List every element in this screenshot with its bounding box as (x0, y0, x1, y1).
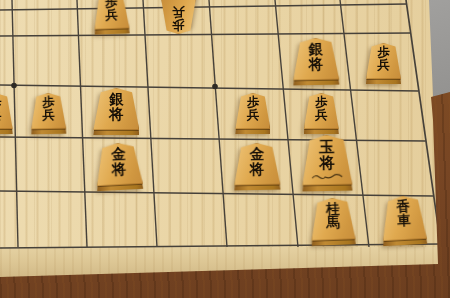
piece-side (31, 129, 66, 135)
piece-pawn-37[interactable]: 歩兵 (235, 93, 270, 134)
piece-lance-19[interactable]: 香車 (381, 195, 428, 246)
piece-kanji-char: 将 (309, 57, 324, 72)
piece-pawn-45-gote[interactable]: 歩兵 (161, 0, 196, 34)
piece-face: 金将 (234, 143, 281, 186)
piece-knight-29[interactable]: 桂馬 (310, 197, 356, 246)
piece-pawn-55[interactable]: 歩兵 (93, 0, 129, 35)
piece-face: 銀将 (293, 38, 340, 81)
star-point (212, 84, 218, 90)
maker-signature (311, 172, 343, 181)
piece-kanji-char: 将 (109, 107, 124, 122)
piece-face: 歩兵 (0, 93, 13, 129)
piece-kanji-char: 金 (250, 147, 265, 162)
piece-kanji-char: 馬 (326, 216, 340, 230)
piece-face: 歩兵 (31, 93, 67, 130)
piece-side (0, 129, 13, 134)
piece-face: 歩兵 (161, 0, 196, 34)
piece-side (235, 129, 270, 134)
piece-kanji-char: 兵 (315, 109, 328, 122)
piece-kanji-char: 兵 (105, 9, 118, 22)
piece-face: 桂馬 (310, 197, 355, 241)
piece-kanji-char: 歩 (172, 18, 185, 31)
piece-face: 銀将 (93, 88, 139, 130)
piece-kanji-char: 将 (319, 156, 335, 172)
piece-kanji-char: 兵 (42, 109, 55, 122)
piece-pawn-16[interactable]: 歩兵 (366, 43, 401, 84)
piece-pawn-77[interactable]: 歩兵 (0, 93, 13, 134)
star-point (11, 83, 17, 89)
piece-face: 歩兵 (235, 93, 270, 129)
piece-face: 玉将 (302, 135, 353, 186)
piece-kanji-char: 兵 (377, 59, 390, 72)
piece-pawn-67[interactable]: 歩兵 (31, 93, 67, 135)
piece-kanji-char: 車 (397, 213, 411, 227)
piece-kanji-char: 将 (112, 161, 127, 177)
piece-gold-58[interactable]: 金将 (95, 142, 143, 191)
photo-frame: 歩兵歩兵銀将歩兵歩兵歩兵銀将歩兵歩兵金将金将玉将桂馬香車 (0, 0, 450, 298)
piece-side (235, 185, 281, 191)
piece-face: 香車 (381, 195, 427, 241)
piece-side (304, 129, 339, 134)
piece-face: 歩兵 (366, 43, 401, 79)
piece-kanji-char: 将 (250, 162, 265, 177)
piece-face: 歩兵 (304, 93, 339, 129)
piece-silver-26[interactable]: 銀将 (293, 38, 340, 86)
shogi-board: 歩兵歩兵銀将歩兵歩兵歩兵銀将歩兵歩兵金将金将玉将桂馬香車 (0, 0, 450, 298)
piece-silver-57[interactable]: 銀将 (93, 88, 139, 135)
piece-side (366, 79, 401, 84)
piece-side (93, 130, 139, 135)
piece-side (293, 80, 339, 86)
piece-gold-38[interactable]: 金将 (234, 143, 281, 191)
piece-kanji-char: 銀 (109, 92, 124, 107)
piece-king-28[interactable]: 玉将 (302, 135, 353, 192)
piece-face: 歩兵 (93, 0, 129, 30)
piece-kanji-char: 兵 (172, 6, 185, 19)
piece-pawn-27[interactable]: 歩兵 (304, 93, 339, 134)
piece-kanji-char: 銀 (308, 42, 323, 57)
piece-kanji-char: 兵 (247, 109, 260, 122)
piece-face: 金将 (95, 142, 143, 186)
piece-side (302, 185, 352, 192)
piece-kanji-char: 兵 (0, 109, 1, 122)
